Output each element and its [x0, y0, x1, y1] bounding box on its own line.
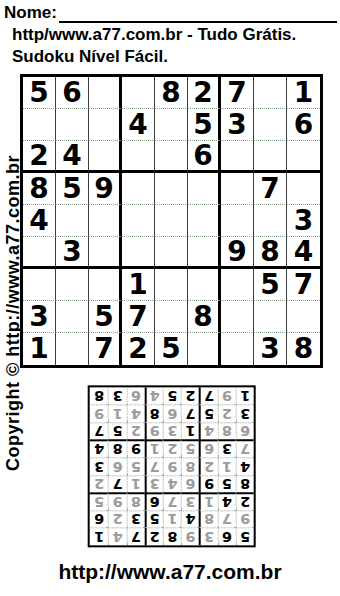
solution-cell-r3c3: 1: [199, 493, 217, 511]
solution-cell-r2c5: 1: [163, 510, 181, 528]
grid-cell-r2c6: 5: [188, 109, 221, 141]
grid-cell-r9c7[interactable]: [221, 333, 254, 365]
solution-cell-r4c4: 6: [181, 475, 199, 493]
solution-cell-r4c5: 4: [163, 475, 181, 493]
solution-cell-r8c9: 9: [90, 405, 108, 423]
solution-cell-r9c6: 4: [145, 387, 163, 405]
grid-cell-r3c1: 2: [23, 141, 56, 173]
solution-cell-r4c1: 8: [236, 475, 254, 493]
grid-cell-r3c6: 6: [188, 141, 221, 173]
solution-cell-r5c2: 1: [217, 457, 235, 475]
solution-cell-r7c6: 9: [145, 422, 163, 440]
grid-cell-r8c9[interactable]: [287, 301, 320, 333]
solution-cell-r3c7: 8: [126, 493, 144, 511]
grid-cell-r8c1: 3: [23, 301, 56, 333]
grid-cell-r5c6[interactable]: [188, 205, 221, 237]
grid-cell-r6c1[interactable]: [23, 237, 56, 269]
solution-cell-r6c5: 2: [163, 440, 181, 458]
grid-cell-r5c9: 3: [287, 205, 320, 237]
solution-cell-r5c1: 4: [236, 457, 254, 475]
grid-cell-r9c2[interactable]: [56, 333, 89, 365]
solution-cell-r7c2: 8: [217, 422, 235, 440]
grid-cell-r2c8[interactable]: [254, 109, 287, 141]
grid-cell-r7c9: 7: [287, 269, 320, 301]
solution-cell-r5c5: 9: [163, 457, 181, 475]
solution-cell-r3c8: 9: [108, 493, 126, 511]
grid-cell-r6c7: 9: [221, 237, 254, 269]
grid-cell-r3c9[interactable]: [287, 141, 320, 173]
grid-cell-r3c4[interactable]: [122, 141, 155, 173]
grid-cell-r6c6[interactable]: [188, 237, 221, 269]
solution-cell-r8c8: 1: [108, 405, 126, 423]
grid-cell-r9c5: 5: [155, 333, 188, 365]
solution-cell-r6c8: 8: [108, 440, 126, 458]
name-underline: [59, 6, 337, 23]
solution-cell-r1c8: 4: [108, 528, 126, 546]
grid-cell-r4c6[interactable]: [188, 173, 221, 205]
solution-cell-r6c9: 4: [90, 440, 108, 458]
solution-cell-r1c2: 6: [217, 528, 235, 546]
grid-cell-r2c7: 3: [221, 109, 254, 141]
solution-cell-r1c5: 8: [163, 528, 181, 546]
solution-cell-r7c3: 4: [199, 422, 217, 440]
grid-cell-r1c3[interactable]: [89, 77, 122, 109]
solution-cell-r1c1: 5: [236, 528, 254, 546]
solution-cell-r7c8: 5: [108, 422, 126, 440]
grid-cell-r9c1: 1: [23, 333, 56, 365]
grid-cell-r7c6[interactable]: [188, 269, 221, 301]
solution-grid: 5639827419784153262413768958596431724128…: [88, 385, 256, 547]
grid-cell-r8c2[interactable]: [56, 301, 89, 333]
grid-cell-r1c2: 6: [56, 77, 89, 109]
solution-cell-r8c3: 5: [199, 405, 217, 423]
solution-cell-r9c8: 3: [108, 387, 126, 405]
grid-cell-r1c7: 7: [221, 77, 254, 109]
grid-cell-r4c9[interactable]: [287, 173, 320, 205]
grid-cell-r1c4[interactable]: [122, 77, 155, 109]
solution-cell-r9c9: 8: [90, 387, 108, 405]
grid-cell-r2c9: 6: [287, 109, 320, 141]
grid-cell-r3c5[interactable]: [155, 141, 188, 173]
grid-cell-r5c1: 4: [23, 205, 56, 237]
solution-cell-r3c9: 5: [90, 493, 108, 511]
solution-cell-r6c4: 5: [181, 440, 199, 458]
grid-cell-r7c2[interactable]: [56, 269, 89, 301]
grid-cell-r3c8[interactable]: [254, 141, 287, 173]
grid-cell-r7c8: 5: [254, 269, 287, 301]
solution-cell-r5c3: 2: [199, 457, 217, 475]
grid-cell-r8c3: 5: [89, 301, 122, 333]
grid-cell-r9c9: 8: [287, 333, 320, 365]
solution-cell-r4c2: 5: [217, 475, 235, 493]
solution-cell-r1c3: 3: [199, 528, 217, 546]
puzzle-title: Sudoku Nível Fácil.: [12, 47, 168, 67]
grid-cell-r8c7[interactable]: [221, 301, 254, 333]
name-row: Nome:: [4, 3, 337, 23]
solution-cell-r9c4: 2: [181, 387, 199, 405]
grid-cell-r4c2: 5: [56, 173, 89, 205]
grid-cell-r3c3[interactable]: [89, 141, 122, 173]
solution-cell-r2c2: 7: [217, 510, 235, 528]
grid-cell-r1c9: 1: [287, 77, 320, 109]
grid-cell-r5c4[interactable]: [122, 205, 155, 237]
grid-cell-r3c7[interactable]: [221, 141, 254, 173]
solution-cell-r5c7: 5: [126, 457, 144, 475]
grid-cell-r5c5[interactable]: [155, 205, 188, 237]
solution-cell-r5c6: 7: [145, 457, 163, 475]
grid-cell-r4c4[interactable]: [122, 173, 155, 205]
solution-cell-r7c5: 3: [163, 422, 181, 440]
grid-cell-r8c4: 7: [122, 301, 155, 333]
grid-cell-r2c3[interactable]: [89, 109, 122, 141]
main-sudoku-grid: 568271453624685974339841573578172538: [20, 74, 323, 368]
grid-cell-r2c1[interactable]: [23, 109, 56, 141]
solution-cell-r8c6: 8: [145, 405, 163, 423]
solution-cell-r7c4: 1: [181, 422, 199, 440]
solution-cell-r3c4: 3: [181, 493, 199, 511]
grid-cell-r4c7[interactable]: [221, 173, 254, 205]
solution-cell-r2c1: 9: [236, 510, 254, 528]
grid-cell-r7c4: 1: [122, 269, 155, 301]
grid-cell-r9c4: 2: [122, 333, 155, 365]
grid-cell-r7c3[interactable]: [89, 269, 122, 301]
solution-cell-r8c2: 2: [217, 405, 235, 423]
grid-cell-r1c5: 8: [155, 77, 188, 109]
solution-cell-r1c6: 2: [145, 528, 163, 546]
solution-cell-r1c7: 7: [126, 528, 144, 546]
grid-cell-r6c2: 3: [56, 237, 89, 269]
solution-cell-r2c6: 5: [145, 510, 163, 528]
footer-url: http://www.a77.com.br: [0, 560, 340, 584]
grid-cell-r4c8: 7: [254, 173, 287, 205]
solution-cell-r6c7: 9: [126, 440, 144, 458]
solution-cell-r7c9: 7: [90, 422, 108, 440]
solution-cell-r2c4: 4: [181, 510, 199, 528]
solution-cell-r4c6: 3: [145, 475, 163, 493]
grid-cell-r2c5[interactable]: [155, 109, 188, 141]
grid-cell-r1c1: 5: [23, 77, 56, 109]
solution-cell-r4c8: 7: [108, 475, 126, 493]
solution-cell-r3c1: 2: [236, 493, 254, 511]
solution-cell-r1c4: 9: [181, 528, 199, 546]
solution-cell-r3c2: 4: [217, 493, 235, 511]
solution-cell-r6c1: 7: [236, 440, 254, 458]
name-label: Nome:: [4, 3, 57, 23]
grid-cell-r8c8[interactable]: [254, 301, 287, 333]
solution-cell-r2c3: 8: [199, 510, 217, 528]
solution-cell-r8c7: 4: [126, 405, 144, 423]
solution-cell-r8c1: 3: [236, 405, 254, 423]
solution-cell-r3c5: 7: [163, 493, 181, 511]
solution-cell-r7c1: 6: [236, 422, 254, 440]
solution-cell-r4c3: 9: [199, 475, 217, 493]
solution-cell-r5c8: 6: [108, 457, 126, 475]
solution-cell-r5c9: 3: [90, 457, 108, 475]
solution-cell-r8c5: 6: [163, 405, 181, 423]
solution-cell-r2c9: 6: [90, 510, 108, 528]
solution-cell-r6c2: 3: [217, 440, 235, 458]
grid-cell-r2c2[interactable]: [56, 109, 89, 141]
grid-cell-r9c8: 3: [254, 333, 287, 365]
grid-cell-r5c8[interactable]: [254, 205, 287, 237]
solution-cell-r8c4: 7: [181, 405, 199, 423]
grid-cell-r5c2[interactable]: [56, 205, 89, 237]
grid-cell-r4c3: 9: [89, 173, 122, 205]
solution-cell-r1c9: 1: [90, 528, 108, 546]
grid-cell-r1c8[interactable]: [254, 77, 287, 109]
solution-cell-r9c1: 1: [236, 387, 254, 405]
solution-cell-r6c3: 6: [199, 440, 217, 458]
grid-cell-r9c6[interactable]: [188, 333, 221, 365]
grid-cell-r5c7[interactable]: [221, 205, 254, 237]
grid-cell-r5c3[interactable]: [89, 205, 122, 237]
grid-cell-r7c5[interactable]: [155, 269, 188, 301]
grid-cell-r7c7[interactable]: [221, 269, 254, 301]
solution-cell-r4c9: 2: [90, 475, 108, 493]
grid-cell-r6c8: 8: [254, 237, 287, 269]
grid-cell-r9c3: 7: [89, 333, 122, 365]
solution-cell-r2c8: 2: [108, 510, 126, 528]
grid-cell-r7c1[interactable]: [23, 269, 56, 301]
solution-cell-r3c6: 6: [145, 493, 163, 511]
solution-cell-r2c7: 3: [126, 510, 144, 528]
grid-cell-r8c6: 8: [188, 301, 221, 333]
solution-cell-r7c7: 2: [126, 422, 144, 440]
grid-cell-r4c1: 8: [23, 173, 56, 205]
grid-cell-r3c2: 4: [56, 141, 89, 173]
solution-cell-r5c4: 8: [181, 457, 199, 475]
solution-cell-r9c7: 6: [126, 387, 144, 405]
grid-cell-r1c6: 2: [188, 77, 221, 109]
grid-cell-r6c9: 4: [287, 237, 320, 269]
solution-cell-r9c5: 5: [163, 387, 181, 405]
solution-cell-r9c2: 9: [217, 387, 235, 405]
grid-cell-r2c4: 4: [122, 109, 155, 141]
solution-cell-r9c3: 7: [199, 387, 217, 405]
grid-cell-r6c5[interactable]: [155, 237, 188, 269]
site-tagline: http/www.a77.com.br - Tudo Grátis.: [12, 25, 296, 45]
grid-cell-r8c5[interactable]: [155, 301, 188, 333]
grid-cell-r6c3[interactable]: [89, 237, 122, 269]
grid-cell-r6c4[interactable]: [122, 237, 155, 269]
solution-cell-r4c7: 1: [126, 475, 144, 493]
grid-cell-r4c5[interactable]: [155, 173, 188, 205]
solution-cell-r6c6: 1: [145, 440, 163, 458]
